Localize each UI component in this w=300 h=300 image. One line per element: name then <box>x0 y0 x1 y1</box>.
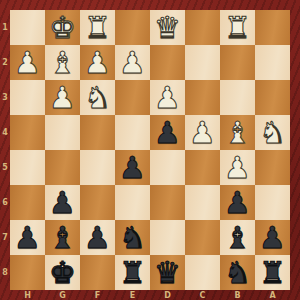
black-knight-piece[interactable]: ♞ <box>119 220 146 255</box>
black-pawn-piece[interactable]: ♟ <box>119 150 146 185</box>
rank-label-3: 3 <box>0 80 10 115</box>
black-pawn-piece[interactable]: ♟ <box>14 220 41 255</box>
white-bishop-piece[interactable]: ♝ <box>224 115 251 150</box>
white-knight-piece[interactable]: ♞ <box>84 80 111 115</box>
square-f4[interactable] <box>80 115 115 150</box>
black-knight-piece[interactable]: ♞ <box>224 255 251 290</box>
rank-label-7: 7 <box>0 220 10 255</box>
square-h3[interactable] <box>10 80 45 115</box>
square-g6[interactable]: ♟ <box>45 185 80 220</box>
square-h5[interactable] <box>10 150 45 185</box>
square-c2[interactable] <box>185 45 220 80</box>
square-g8[interactable]: ♚ <box>45 255 80 290</box>
square-a4[interactable]: ♞ <box>255 115 290 150</box>
square-b1[interactable]: ♜ <box>220 10 255 45</box>
square-c3[interactable] <box>185 80 220 115</box>
file-label-b: B <box>220 290 255 300</box>
black-rook-piece[interactable]: ♜ <box>119 255 146 290</box>
black-pawn-piece[interactable]: ♟ <box>259 220 286 255</box>
file-label-f: F <box>80 290 115 300</box>
file-label-h: H <box>10 290 45 300</box>
square-c5[interactable] <box>185 150 220 185</box>
white-pawn-piece[interactable]: ♟ <box>154 80 181 115</box>
chess-board: ♚♜♛♜♟♝♟♟♟♞♟♟♟♝♞♟♟♟♟♟♝♟♞♝♟♚♜♛♞♜ <box>10 10 290 290</box>
square-f1[interactable]: ♜ <box>80 10 115 45</box>
square-f5[interactable] <box>80 150 115 185</box>
square-h8[interactable] <box>10 255 45 290</box>
square-d4[interactable]: ♟ <box>150 115 185 150</box>
black-pawn-piece[interactable]: ♟ <box>84 220 111 255</box>
white-pawn-piece[interactable]: ♟ <box>14 45 41 80</box>
square-a6[interactable] <box>255 185 290 220</box>
square-g4[interactable] <box>45 115 80 150</box>
white-queen-piece[interactable]: ♛ <box>154 10 181 45</box>
square-g1[interactable]: ♚ <box>45 10 80 45</box>
square-f2[interactable]: ♟ <box>80 45 115 80</box>
square-a1[interactable] <box>255 10 290 45</box>
file-label-g: G <box>45 290 80 300</box>
square-d7[interactable] <box>150 220 185 255</box>
square-h4[interactable] <box>10 115 45 150</box>
square-c6[interactable] <box>185 185 220 220</box>
square-h1[interactable] <box>10 10 45 45</box>
square-a7[interactable]: ♟ <box>255 220 290 255</box>
square-f8[interactable] <box>80 255 115 290</box>
black-pawn-piece[interactable]: ♟ <box>224 185 251 220</box>
square-b5[interactable]: ♟ <box>220 150 255 185</box>
white-rook-piece[interactable]: ♜ <box>224 10 251 45</box>
white-pawn-piece[interactable]: ♟ <box>189 115 216 150</box>
white-knight-piece[interactable]: ♞ <box>259 115 286 150</box>
square-c1[interactable] <box>185 10 220 45</box>
black-bishop-piece[interactable]: ♝ <box>224 220 251 255</box>
square-g3[interactable]: ♟ <box>45 80 80 115</box>
square-b6[interactable]: ♟ <box>220 185 255 220</box>
file-label-c: C <box>185 290 220 300</box>
square-f6[interactable] <box>80 185 115 220</box>
square-c8[interactable] <box>185 255 220 290</box>
square-c7[interactable] <box>185 220 220 255</box>
square-d3[interactable]: ♟ <box>150 80 185 115</box>
square-e3[interactable] <box>115 80 150 115</box>
square-b7[interactable]: ♝ <box>220 220 255 255</box>
square-c4[interactable]: ♟ <box>185 115 220 150</box>
black-pawn-piece[interactable]: ♟ <box>49 185 76 220</box>
square-g7[interactable]: ♝ <box>45 220 80 255</box>
square-b2[interactable] <box>220 45 255 80</box>
square-h6[interactable] <box>10 185 45 220</box>
square-d1[interactable]: ♛ <box>150 10 185 45</box>
square-h2[interactable]: ♟ <box>10 45 45 80</box>
black-rook-piece[interactable]: ♜ <box>259 255 286 290</box>
white-pawn-piece[interactable]: ♟ <box>224 150 251 185</box>
rank-label-4: 4 <box>0 115 10 150</box>
square-d6[interactable] <box>150 185 185 220</box>
square-e5[interactable]: ♟ <box>115 150 150 185</box>
rank-label-6: 6 <box>0 185 10 220</box>
rank-label-8: 8 <box>0 255 10 290</box>
chess-board-frame: ♚♜♛♜♟♝♟♟♟♞♟♟♟♝♞♟♟♟♟♟♝♟♞♝♟♚♜♛♞♜ 12345678H… <box>0 0 300 300</box>
square-f7[interactable]: ♟ <box>80 220 115 255</box>
square-a3[interactable] <box>255 80 290 115</box>
rank-label-2: 2 <box>0 45 10 80</box>
black-bishop-piece[interactable]: ♝ <box>49 220 76 255</box>
file-label-e: E <box>115 290 150 300</box>
black-pawn-piece[interactable]: ♟ <box>154 115 181 150</box>
square-e8[interactable]: ♜ <box>115 255 150 290</box>
square-a8[interactable]: ♜ <box>255 255 290 290</box>
white-pawn-piece[interactable]: ♟ <box>119 45 146 80</box>
file-label-d: D <box>150 290 185 300</box>
square-g5[interactable] <box>45 150 80 185</box>
square-d5[interactable] <box>150 150 185 185</box>
square-d2[interactable] <box>150 45 185 80</box>
square-a5[interactable] <box>255 150 290 185</box>
square-e2[interactable]: ♟ <box>115 45 150 80</box>
square-g2[interactable]: ♝ <box>45 45 80 80</box>
square-e4[interactable] <box>115 115 150 150</box>
white-pawn-piece[interactable]: ♟ <box>84 45 111 80</box>
square-e1[interactable] <box>115 10 150 45</box>
square-a2[interactable] <box>255 45 290 80</box>
white-bishop-piece[interactable]: ♝ <box>49 45 76 80</box>
file-label-a: A <box>255 290 290 300</box>
square-b4[interactable]: ♝ <box>220 115 255 150</box>
square-e6[interactable] <box>115 185 150 220</box>
rank-label-5: 5 <box>0 150 10 185</box>
square-d8[interactable]: ♛ <box>150 255 185 290</box>
square-b8[interactable]: ♞ <box>220 255 255 290</box>
square-f3[interactable]: ♞ <box>80 80 115 115</box>
rank-label-1: 1 <box>0 10 10 45</box>
white-rook-piece[interactable]: ♜ <box>84 10 111 45</box>
square-e7[interactable]: ♞ <box>115 220 150 255</box>
black-king-piece[interactable]: ♚ <box>49 255 76 290</box>
square-h7[interactable]: ♟ <box>10 220 45 255</box>
square-b3[interactable] <box>220 80 255 115</box>
black-queen-piece[interactable]: ♛ <box>154 255 181 290</box>
white-king-piece[interactable]: ♚ <box>49 10 76 45</box>
white-pawn-piece[interactable]: ♟ <box>49 80 76 115</box>
